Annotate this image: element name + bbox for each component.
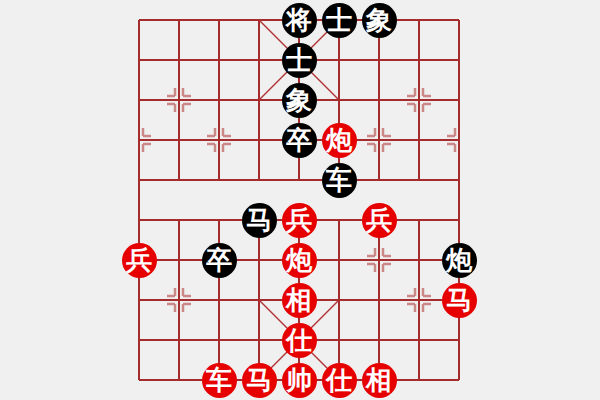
intersection-c0r9[interactable] <box>119 360 159 400</box>
intersection-c1r8[interactable] <box>159 320 199 360</box>
intersection-c0r5[interactable] <box>119 200 159 240</box>
intersection-c6r0[interactable]: 象 <box>359 0 399 40</box>
black-soldier[interactable]: 卒 <box>202 243 237 278</box>
intersection-c5r8[interactable] <box>319 320 359 360</box>
intersection-c6r5[interactable]: 兵 <box>359 200 399 240</box>
intersection-c8r9[interactable] <box>439 360 479 400</box>
xiangqi-board: 将士象士象卒炮车马兵兵兵卒炮炮相马仕车马帅仕相 <box>119 0 479 400</box>
intersection-c2r5[interactable] <box>199 200 239 240</box>
intersection-c2r3[interactable] <box>199 120 239 160</box>
intersection-c1r2[interactable] <box>159 80 199 120</box>
intersection-c0r6[interactable]: 兵 <box>119 240 159 280</box>
intersection-c8r2[interactable] <box>439 80 479 120</box>
intersection-c8r4[interactable] <box>439 160 479 200</box>
red-advisor[interactable]: 仕 <box>282 323 317 358</box>
intersection-c5r7[interactable] <box>319 280 359 320</box>
intersection-c2r1[interactable] <box>199 40 239 80</box>
intersection-c0r7[interactable] <box>119 280 159 320</box>
black-chariot[interactable]: 车 <box>322 163 357 198</box>
intersection-c4r4[interactable] <box>279 160 319 200</box>
black-cannon[interactable]: 炮 <box>442 243 477 278</box>
intersection-c8r5[interactable] <box>439 200 479 240</box>
red-soldier[interactable]: 兵 <box>362 203 397 238</box>
intersection-c8r8[interactable] <box>439 320 479 360</box>
intersection-c3r3[interactable] <box>239 120 279 160</box>
intersection-c8r3[interactable] <box>439 120 479 160</box>
intersection-c4r6[interactable]: 炮 <box>279 240 319 280</box>
red-horse[interactable]: 马 <box>442 283 477 318</box>
intersection-c3r9[interactable]: 马 <box>239 360 279 400</box>
intersection-c7r8[interactable] <box>399 320 439 360</box>
intersection-c1r0[interactable] <box>159 0 199 40</box>
intersection-c3r2[interactable] <box>239 80 279 120</box>
intersection-c6r4[interactable] <box>359 160 399 200</box>
intersection-c7r5[interactable] <box>399 200 439 240</box>
intersection-c1r4[interactable] <box>159 160 199 200</box>
black-elephant[interactable]: 象 <box>362 3 397 38</box>
intersection-c7r7[interactable] <box>399 280 439 320</box>
intersection-c6r9[interactable]: 相 <box>359 360 399 400</box>
intersection-c0r3[interactable] <box>119 120 159 160</box>
red-soldier[interactable]: 兵 <box>122 243 157 278</box>
intersection-c5r0[interactable]: 士 <box>319 0 359 40</box>
intersection-c1r9[interactable] <box>159 360 199 400</box>
intersection-c4r0[interactable]: 将 <box>279 0 319 40</box>
intersection-c0r8[interactable] <box>119 320 159 360</box>
intersection-c4r7[interactable]: 相 <box>279 280 319 320</box>
intersection-c1r5[interactable] <box>159 200 199 240</box>
red-chariot[interactable]: 车 <box>202 363 237 398</box>
intersection-c5r9[interactable]: 仕 <box>319 360 359 400</box>
red-cannon[interactable]: 炮 <box>282 243 317 278</box>
intersection-c7r1[interactable] <box>399 40 439 80</box>
intersection-c2r2[interactable] <box>199 80 239 120</box>
intersection-c7r9[interactable] <box>399 360 439 400</box>
intersection-c7r4[interactable] <box>399 160 439 200</box>
black-advisor[interactable]: 士 <box>322 3 357 38</box>
intersection-c3r5[interactable]: 马 <box>239 200 279 240</box>
intersection-c1r1[interactable] <box>159 40 199 80</box>
intersection-c2r0[interactable] <box>199 0 239 40</box>
intersection-c5r1[interactable] <box>319 40 359 80</box>
intersection-c6r3[interactable] <box>359 120 399 160</box>
intersection-c0r1[interactable] <box>119 40 159 80</box>
intersection-c2r9[interactable]: 车 <box>199 360 239 400</box>
intersection-c2r6[interactable]: 卒 <box>199 240 239 280</box>
intersection-c4r8[interactable]: 仕 <box>279 320 319 360</box>
intersection-c4r5[interactable]: 兵 <box>279 200 319 240</box>
intersection-c3r1[interactable] <box>239 40 279 80</box>
intersection-c1r7[interactable] <box>159 280 199 320</box>
black-general[interactable]: 将 <box>282 3 317 38</box>
red-elephant[interactable]: 相 <box>362 363 397 398</box>
red-cannon[interactable]: 炮 <box>322 123 357 158</box>
xiangqi-app-stage: 将士象士象卒炮车马兵兵兵卒炮炮相马仕车马帅仕相 <box>0 0 600 400</box>
intersection-c7r0[interactable] <box>399 0 439 40</box>
intersection-c7r3[interactable] <box>399 120 439 160</box>
red-elephant[interactable]: 相 <box>282 283 317 318</box>
intersection-c5r6[interactable] <box>319 240 359 280</box>
intersection-c1r6[interactable] <box>159 240 199 280</box>
black-horse[interactable]: 马 <box>242 203 277 238</box>
intersection-c0r4[interactable] <box>119 160 159 200</box>
intersection-c2r4[interactable] <box>199 160 239 200</box>
red-advisor[interactable]: 仕 <box>322 363 357 398</box>
intersection-c1r3[interactable] <box>159 120 199 160</box>
intersection-c2r8[interactable] <box>199 320 239 360</box>
intersection-c4r3[interactable]: 卒 <box>279 120 319 160</box>
intersection-c7r2[interactable] <box>399 80 439 120</box>
intersection-c8r1[interactable] <box>439 40 479 80</box>
intersection-c2r7[interactable] <box>199 280 239 320</box>
intersection-c6r2[interactable] <box>359 80 399 120</box>
intersection-c0r0[interactable] <box>119 0 159 40</box>
intersection-c3r0[interactable] <box>239 0 279 40</box>
intersection-c8r7[interactable]: 马 <box>439 280 479 320</box>
intersection-c3r8[interactable] <box>239 320 279 360</box>
intersection-c6r1[interactable] <box>359 40 399 80</box>
intersection-c5r4[interactable]: 车 <box>319 160 359 200</box>
intersection-c8r6[interactable]: 炮 <box>439 240 479 280</box>
intersection-c6r6[interactable] <box>359 240 399 280</box>
intersection-c3r7[interactable] <box>239 280 279 320</box>
intersection-c5r5[interactable] <box>319 200 359 240</box>
intersection-c6r7[interactable] <box>359 280 399 320</box>
intersection-c4r1[interactable]: 士 <box>279 40 319 80</box>
intersection-c5r3[interactable]: 炮 <box>319 120 359 160</box>
intersection-c3r4[interactable] <box>239 160 279 200</box>
intersection-c4r9[interactable]: 帅 <box>279 360 319 400</box>
intersection-c6r8[interactable] <box>359 320 399 360</box>
intersection-c3r6[interactable] <box>239 240 279 280</box>
intersection-c5r2[interactable] <box>319 80 359 120</box>
black-elephant[interactable]: 象 <box>282 83 317 118</box>
intersection-c4r2[interactable]: 象 <box>279 80 319 120</box>
red-general[interactable]: 帅 <box>282 363 317 398</box>
intersection-c0r2[interactable] <box>119 80 159 120</box>
intersection-c7r6[interactable] <box>399 240 439 280</box>
black-advisor[interactable]: 士 <box>282 43 317 78</box>
red-soldier[interactable]: 兵 <box>282 203 317 238</box>
intersection-c8r0[interactable] <box>439 0 479 40</box>
red-horse[interactable]: 马 <box>242 363 277 398</box>
black-soldier[interactable]: 卒 <box>282 123 317 158</box>
